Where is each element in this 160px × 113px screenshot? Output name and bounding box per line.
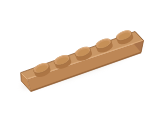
product-photo: Light brown (medium nougat) LEGO 1x5 pla… <box>0 0 160 113</box>
lego-plate-illustration: Light brown (medium nougat) LEGO 1x5 pla… <box>0 0 160 113</box>
